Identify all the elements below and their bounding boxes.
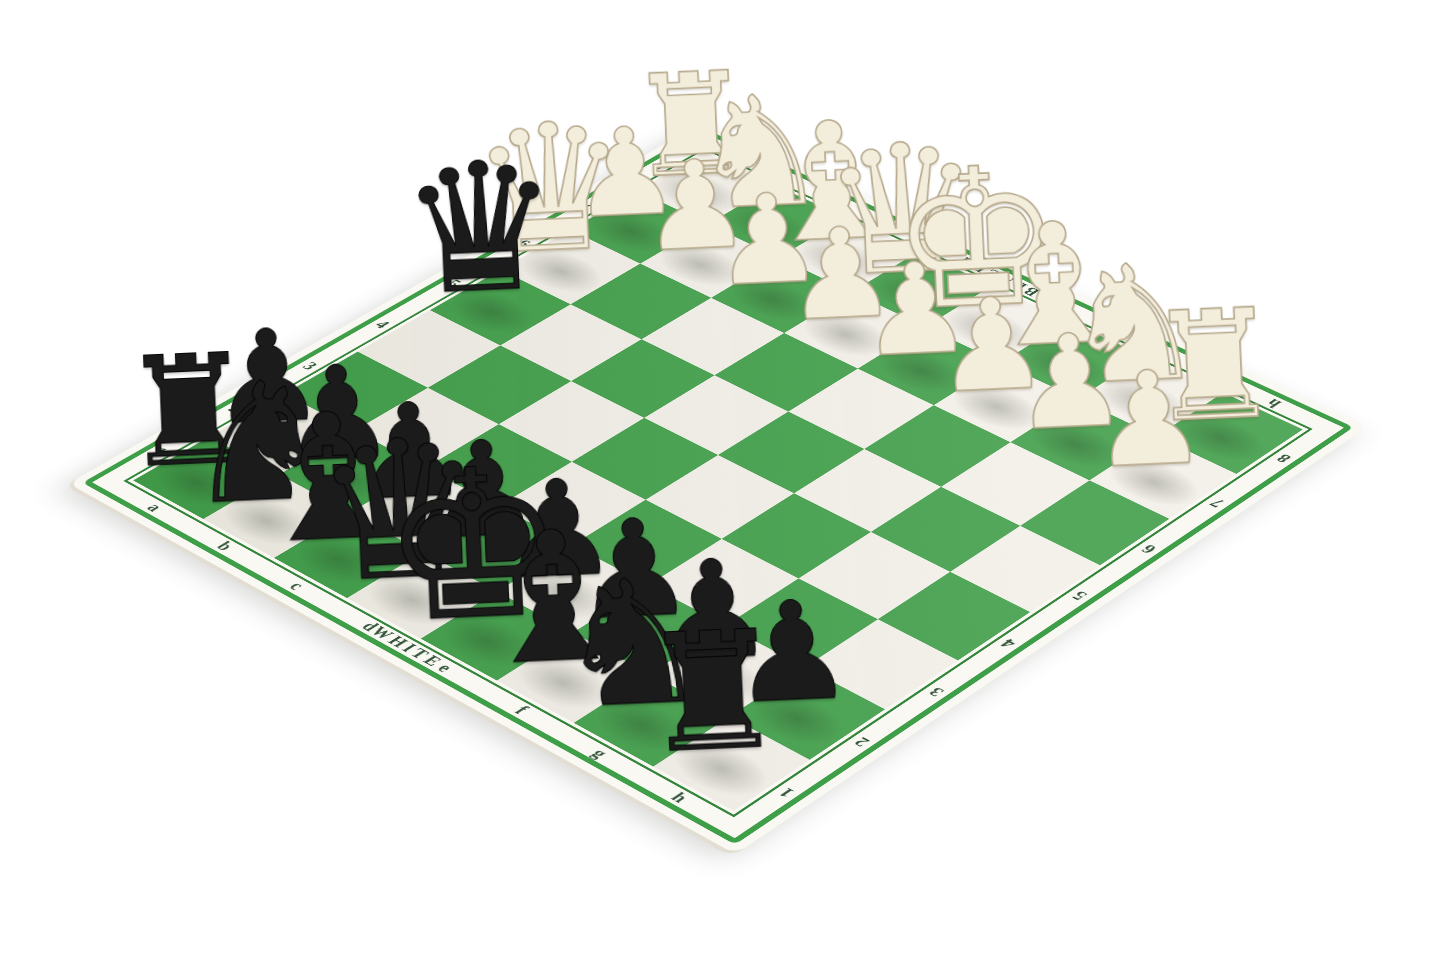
board-label-2: 2 (850, 734, 875, 749)
black-rook-h1[interactable]: ♜ (591, 606, 835, 778)
black-queen-a5[interactable]: ♛ (370, 135, 589, 321)
board-label-h: h (666, 789, 692, 805)
board-label-1: 1 (774, 785, 799, 801)
photo-background: aabbccddeeffgghh1122334455667788WHITEBLA… (0, 0, 1445, 964)
board-label-7: 7 (1206, 496, 1229, 510)
board-label-6: 6 (1138, 542, 1161, 556)
board-label-3: 3 (924, 685, 948, 700)
board: aabbccddeeffgghh1122334455667788WHITEBLA… (68, 122, 1368, 855)
board-label-4: 4 (997, 636, 1021, 651)
white-pawn-h7[interactable]: ♟ (1035, 350, 1263, 489)
board-label-8: 8 (1273, 451, 1296, 465)
board-label-5: 5 (1068, 588, 1092, 602)
